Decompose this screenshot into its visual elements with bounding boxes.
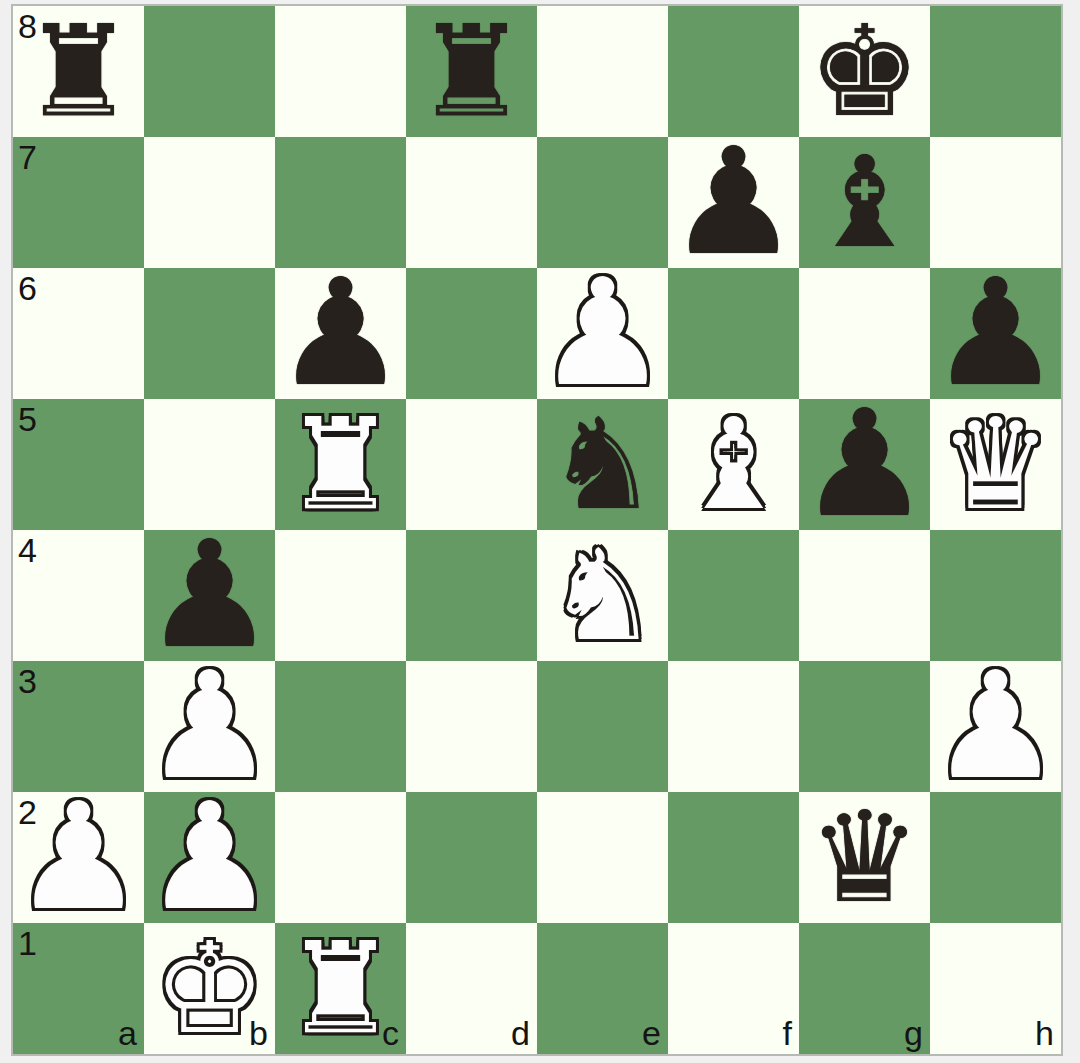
black-rook-icon[interactable]: ♜ [415, 6, 528, 137]
file-label-e: e [642, 1016, 661, 1050]
square-c5[interactable]: ♜ [275, 399, 406, 530]
white-pawn-icon[interactable]: ♟ [929, 661, 1062, 792]
square-f1[interactable]: f [668, 923, 799, 1054]
square-g8[interactable]: ♚ [799, 6, 930, 137]
square-b7[interactable] [144, 137, 275, 268]
white-bishop-icon[interactable]: ♝ [677, 399, 790, 530]
rank-label-8: 8 [18, 9, 37, 43]
square-h1[interactable]: h [930, 923, 1061, 1054]
white-rook-icon[interactable]: ♜ [284, 923, 397, 1054]
square-c3[interactable] [275, 661, 406, 792]
square-d5[interactable] [406, 399, 537, 530]
black-knight-icon[interactable]: ♞ [546, 399, 659, 530]
file-label-h: h [1035, 1016, 1054, 1050]
file-label-d: d [511, 1016, 530, 1050]
rank-label-4: 4 [18, 533, 37, 567]
rank-label-5: 5 [18, 402, 37, 436]
square-c1[interactable]: c♜ [275, 923, 406, 1054]
black-queen-icon[interactable]: ♛ [808, 792, 921, 923]
file-label-c: c [382, 1016, 399, 1050]
square-d3[interactable] [406, 661, 537, 792]
square-e2[interactable] [537, 792, 668, 923]
white-pawn-icon[interactable]: ♟ [143, 792, 276, 923]
square-h8[interactable] [930, 6, 1061, 137]
square-d8[interactable]: ♜ [406, 6, 537, 137]
square-b1[interactable]: b♚ [144, 923, 275, 1054]
square-h6[interactable]: ♟ [930, 268, 1061, 399]
rank-label-1: 1 [18, 926, 37, 960]
square-d1[interactable]: d [406, 923, 537, 1054]
square-a2[interactable]: 2♟ [13, 792, 144, 923]
square-a7[interactable]: 7 [13, 137, 144, 268]
square-a5[interactable]: 5 [13, 399, 144, 530]
file-label-g: g [904, 1016, 923, 1050]
white-rook-icon[interactable]: ♜ [284, 399, 397, 530]
square-e6[interactable]: ♟ [537, 268, 668, 399]
square-a6[interactable]: 6 [13, 268, 144, 399]
file-label-a: a [118, 1016, 137, 1050]
square-c4[interactable] [275, 530, 406, 661]
square-e3[interactable] [537, 661, 668, 792]
square-f3[interactable] [668, 661, 799, 792]
rank-label-3: 3 [18, 664, 37, 698]
square-h3[interactable]: ♟ [930, 661, 1061, 792]
chess-app-page: 8♜♜♚7♟♝6♟♟♟5♜♞♝♟♛4♟♞3♟♟2♟♟♛1ab♚c♜defgh [0, 0, 1080, 1063]
square-f4[interactable] [668, 530, 799, 661]
square-g7[interactable]: ♝ [799, 137, 930, 268]
rank-label-6: 6 [18, 271, 37, 305]
square-g2[interactable]: ♛ [799, 792, 930, 923]
square-a8[interactable]: 8♜ [13, 6, 144, 137]
black-bishop-icon[interactable]: ♝ [808, 137, 921, 268]
square-f5[interactable]: ♝ [668, 399, 799, 530]
rank-label-7: 7 [18, 140, 37, 174]
square-e5[interactable]: ♞ [537, 399, 668, 530]
square-a4[interactable]: 4 [13, 530, 144, 661]
square-f7[interactable]: ♟ [668, 137, 799, 268]
black-rook-icon[interactable]: ♜ [22, 6, 135, 137]
square-d2[interactable] [406, 792, 537, 923]
square-d4[interactable] [406, 530, 537, 661]
black-pawn-icon[interactable]: ♟ [274, 268, 407, 399]
white-pawn-icon[interactable]: ♟ [536, 268, 669, 399]
black-pawn-icon[interactable]: ♟ [667, 137, 800, 268]
square-h5[interactable]: ♛ [930, 399, 1061, 530]
square-c2[interactable] [275, 792, 406, 923]
white-knight-icon[interactable]: ♞ [546, 530, 659, 661]
black-king-icon[interactable]: ♚ [808, 6, 921, 137]
file-label-f: f [783, 1016, 792, 1050]
square-d6[interactable] [406, 268, 537, 399]
file-label-b: b [249, 1016, 268, 1050]
square-d7[interactable] [406, 137, 537, 268]
square-b8[interactable] [144, 6, 275, 137]
square-f2[interactable] [668, 792, 799, 923]
square-g3[interactable] [799, 661, 930, 792]
chess-board: 8♜♜♚7♟♝6♟♟♟5♜♞♝♟♛4♟♞3♟♟2♟♟♛1ab♚c♜defgh [13, 6, 1061, 1054]
square-c8[interactable] [275, 6, 406, 137]
square-e1[interactable]: e [537, 923, 668, 1054]
rank-label-2: 2 [18, 795, 37, 829]
board-frame: 8♜♜♚7♟♝6♟♟♟5♜♞♝♟♛4♟♞3♟♟2♟♟♛1ab♚c♜defgh [11, 4, 1063, 1056]
square-b2[interactable]: ♟ [144, 792, 275, 923]
square-g1[interactable]: g [799, 923, 930, 1054]
white-queen-icon[interactable]: ♛ [939, 399, 1052, 530]
square-e8[interactable] [537, 6, 668, 137]
black-pawn-icon[interactable]: ♟ [798, 399, 931, 530]
square-g5[interactable]: ♟ [799, 399, 930, 530]
square-b6[interactable] [144, 268, 275, 399]
square-e4[interactable]: ♞ [537, 530, 668, 661]
square-c6[interactable]: ♟ [275, 268, 406, 399]
black-pawn-icon[interactable]: ♟ [929, 268, 1062, 399]
